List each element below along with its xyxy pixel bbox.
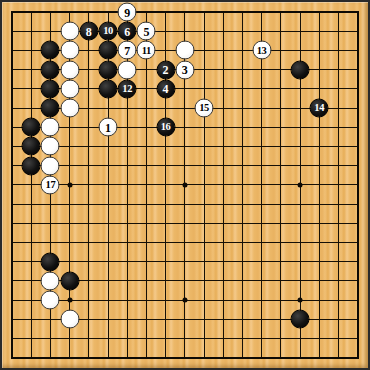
go-board: 9810657111323124151411617 <box>2 2 368 368</box>
move-number: 7 <box>124 44 130 56</box>
white-stone <box>41 271 60 290</box>
white-stone <box>60 22 79 41</box>
black-stone <box>41 99 60 118</box>
white-stone-move-7: 7 <box>118 41 137 60</box>
white-stone <box>118 60 137 79</box>
move-number: 5 <box>143 25 149 37</box>
white-stone-move-13: 13 <box>252 41 271 60</box>
white-stone <box>175 41 194 60</box>
white-stone <box>60 41 79 60</box>
black-stone-move-8: 8 <box>79 22 98 41</box>
black-stone <box>22 137 41 156</box>
black-stone-move-14: 14 <box>310 99 329 118</box>
black-stone <box>291 60 310 79</box>
white-stone <box>41 118 60 137</box>
move-number: 13 <box>257 45 267 56</box>
black-stone <box>99 41 118 60</box>
move-number: 10 <box>103 26 113 37</box>
white-stone-move-3: 3 <box>175 60 194 79</box>
star-point <box>182 298 187 303</box>
white-stone-move-9: 9 <box>118 3 137 22</box>
white-stone <box>41 156 60 175</box>
black-stone <box>41 60 60 79</box>
black-stone-move-6: 6 <box>118 22 137 41</box>
move-number: 11 <box>142 45 151 56</box>
black-stone <box>291 310 310 329</box>
white-stone <box>60 79 79 98</box>
black-stone-move-4: 4 <box>156 79 175 98</box>
white-stone-move-1: 1 <box>99 118 118 137</box>
move-number: 17 <box>46 180 56 191</box>
white-stone-move-11: 11 <box>137 41 156 60</box>
move-number: 3 <box>182 64 188 76</box>
black-stone <box>41 252 60 271</box>
move-number: 2 <box>163 64 169 76</box>
star-point <box>182 182 187 187</box>
white-stone <box>60 99 79 118</box>
white-stone <box>60 60 79 79</box>
black-stone-move-2: 2 <box>156 60 175 79</box>
move-number: 15 <box>199 103 209 114</box>
move-number: 12 <box>122 84 132 95</box>
move-number: 1 <box>105 121 111 133</box>
white-stone <box>41 137 60 156</box>
black-stone-move-12: 12 <box>118 79 137 98</box>
white-stone <box>60 310 79 329</box>
white-stone <box>41 291 60 310</box>
move-number: 9 <box>124 6 130 18</box>
white-stone-move-15: 15 <box>195 99 214 118</box>
white-stone-move-5: 5 <box>137 22 156 41</box>
move-number: 14 <box>314 103 324 114</box>
move-number: 16 <box>161 122 171 133</box>
move-number: 8 <box>86 25 92 37</box>
black-stone <box>41 41 60 60</box>
move-number: 4 <box>163 83 169 95</box>
black-stone-move-10: 10 <box>99 22 118 41</box>
black-stone <box>41 79 60 98</box>
black-stone <box>22 156 41 175</box>
black-stone <box>60 271 79 290</box>
white-stone-move-17: 17 <box>41 175 60 194</box>
star-point <box>298 182 303 187</box>
star-point <box>67 182 72 187</box>
star-point <box>67 298 72 303</box>
black-stone-move-16: 16 <box>156 118 175 137</box>
star-point <box>298 298 303 303</box>
go-diagram-frame: 9810657111323124151411617 <box>0 0 370 370</box>
black-stone <box>99 79 118 98</box>
black-stone <box>22 118 41 137</box>
move-number: 6 <box>124 25 130 37</box>
black-stone <box>99 60 118 79</box>
